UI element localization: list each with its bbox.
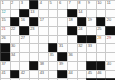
cell-r5c7[interactable] <box>57 35 67 44</box>
cell-r9c11[interactable]: 46 <box>96 70 106 79</box>
clue-number: 30 <box>11 44 15 48</box>
cell-r2c9[interactable]: 14 <box>77 9 87 18</box>
clue-number: 20 <box>107 18 111 22</box>
clue-number: 32 <box>78 44 82 48</box>
cell-r6c8[interactable] <box>67 43 77 52</box>
cell-r7c2[interactable]: 34 <box>10 52 20 61</box>
clue-number: 23 <box>30 27 34 31</box>
clue-number: 2 <box>11 1 13 5</box>
cell-r5c12[interactable]: 29 <box>105 35 115 44</box>
cell-r6c2[interactable]: 30 <box>10 43 20 52</box>
cell-r6c4[interactable] <box>29 43 39 52</box>
clue-number: 41 <box>2 71 6 75</box>
clue-number: 28 <box>97 36 101 40</box>
black-cell-r6c6 <box>48 43 58 52</box>
cell-r10c7[interactable] <box>57 78 67 80</box>
cell-r1c11[interactable]: 10 <box>96 0 106 9</box>
cell-r6c3[interactable] <box>19 43 29 52</box>
cell-r6c10[interactable]: 33 <box>86 43 96 52</box>
cell-r8c12[interactable]: 40 <box>105 61 115 70</box>
cell-r8c1[interactable]: 37 <box>0 61 10 70</box>
cell-r8c5[interactable]: 38 <box>38 61 48 70</box>
clue-number: 33 <box>88 44 92 48</box>
cell-r5c5[interactable] <box>38 35 48 44</box>
cell-r9c12[interactable] <box>105 70 115 79</box>
cell-r6c9[interactable]: 32 <box>77 43 87 52</box>
cell-r5c11[interactable]: 28 <box>96 35 106 44</box>
cell-r1c3[interactable]: 3 <box>19 0 29 9</box>
cell-r8c6[interactable] <box>48 61 58 70</box>
clue-number: 16 <box>21 18 25 22</box>
cell-r4c9[interactable]: 24 <box>77 26 87 35</box>
clue-number: 11 <box>107 1 111 5</box>
cell-r2c1[interactable]: 12 <box>0 9 10 18</box>
crossword-puzzle: 1234567891011121314151617181920212223242… <box>0 0 115 80</box>
cell-r4c7[interactable] <box>57 26 67 35</box>
clue-number: 13 <box>30 10 34 14</box>
cell-r7c6[interactable]: 35 <box>48 52 58 61</box>
clue-number: 15 <box>2 18 6 22</box>
cell-r8c8[interactable] <box>67 61 77 70</box>
black-cell-r10c11 <box>96 78 106 80</box>
clue-number: 7 <box>69 1 71 5</box>
cell-r1c2[interactable]: 2 <box>10 0 20 9</box>
cell-r2c10[interactable] <box>86 9 96 18</box>
cell-r6c7[interactable]: 31 <box>57 43 67 52</box>
cell-r9c3[interactable]: 42 <box>19 70 29 79</box>
black-cell-r3c11 <box>96 17 106 26</box>
cell-r2c6[interactable] <box>48 9 58 18</box>
black-cell-r7c1 <box>0 52 10 61</box>
black-cell-r2c3 <box>19 9 29 18</box>
clue-number: 27 <box>21 36 25 40</box>
clue-number: 29 <box>107 36 111 40</box>
black-cell-r10c12 <box>105 78 115 80</box>
cell-r3c7[interactable] <box>57 17 67 26</box>
cell-r10c6[interactable] <box>48 78 58 80</box>
black-cell-r3c2 <box>10 17 20 26</box>
clue-number: 6 <box>59 1 61 5</box>
cell-r3c1[interactable]: 15 <box>0 17 10 26</box>
cell-r2c4[interactable]: 13 <box>29 9 39 18</box>
cell-r5c1[interactable]: 26 <box>0 35 10 44</box>
cell-r1c9[interactable]: 8 <box>77 0 87 9</box>
cell-r9c5[interactable]: 43 <box>38 70 48 79</box>
cell-r7c9[interactable] <box>77 52 87 61</box>
cell-r3c10[interactable]: 19 <box>86 17 96 26</box>
cell-r4c4[interactable]: 23 <box>29 26 39 35</box>
clue-number: 37 <box>2 62 6 66</box>
cell-r2c7[interactable] <box>57 9 67 18</box>
clue-number: 34 <box>11 53 15 57</box>
clue-number: 14 <box>78 10 82 14</box>
clue-number: 31 <box>59 44 63 48</box>
cell-r7c12[interactable] <box>105 52 115 61</box>
clue-number: 39 <box>59 62 63 66</box>
cell-r8c2[interactable] <box>10 61 20 70</box>
cell-r1c10[interactable]: 9 <box>86 0 96 9</box>
cell-r6c5[interactable] <box>38 43 48 52</box>
cell-r9c10[interactable]: 45 <box>86 70 96 79</box>
black-cell-r8c10 <box>86 61 96 70</box>
cell-r9c8[interactable]: 44 <box>67 70 77 79</box>
cell-r3c6[interactable] <box>48 17 58 26</box>
cell-r5c2[interactable] <box>10 35 20 44</box>
clue-number: 46 <box>97 71 101 75</box>
cell-r7c8[interactable]: 36 <box>67 52 77 61</box>
cell-r7c11[interactable] <box>96 52 106 61</box>
cell-r9c9[interactable] <box>77 70 87 79</box>
cell-r10c2[interactable] <box>10 78 20 80</box>
cell-r5c4[interactable] <box>29 35 39 44</box>
clue-number: 40 <box>107 62 111 66</box>
clue-number: 21 <box>2 27 6 31</box>
clue-number: 35 <box>49 53 53 57</box>
crossword-grid: 1234567891011121314151617181920212223242… <box>0 0 115 80</box>
cell-r8c9[interactable] <box>77 61 87 70</box>
cell-r1c7[interactable]: 6 <box>57 0 67 9</box>
black-cell-r10c10 <box>86 78 96 80</box>
cell-r2c11[interactable] <box>96 9 106 18</box>
cell-r1c8[interactable]: 7 <box>67 0 77 9</box>
cell-r4c11[interactable]: 25 <box>96 26 106 35</box>
cell-r1c12[interactable]: 11 <box>105 0 115 9</box>
cell-r10c3[interactable] <box>19 78 29 80</box>
clue-number: 43 <box>40 71 44 75</box>
clue-number: 8 <box>78 1 80 5</box>
clue-number: 45 <box>88 71 92 75</box>
cell-r10c8[interactable] <box>67 78 77 80</box>
clue-number: 25 <box>97 27 101 31</box>
cell-r5c6[interactable] <box>48 35 58 44</box>
cell-r3c12[interactable]: 20 <box>105 17 115 26</box>
black-cell-r4c8 <box>67 26 77 35</box>
cell-r4c5[interactable] <box>38 26 48 35</box>
cell-r10c4[interactable] <box>29 78 39 80</box>
cell-r4c6[interactable] <box>48 26 58 35</box>
black-cell-r8c4 <box>29 61 39 70</box>
clue-number: 42 <box>21 71 25 75</box>
black-cell-r3c9 <box>77 17 87 26</box>
clue-number: 9 <box>88 1 90 5</box>
cell-r8c7[interactable]: 39 <box>57 61 67 70</box>
black-cell-r1c4 <box>29 0 39 9</box>
cell-r4c2[interactable]: 22 <box>10 26 20 35</box>
cell-r2c5[interactable] <box>38 9 48 18</box>
cell-r1c5[interactable]: 4 <box>38 0 48 9</box>
clue-number: 38 <box>40 62 44 66</box>
black-cell-r9c7 <box>57 70 67 79</box>
black-cell-r6c1 <box>0 43 10 52</box>
cell-r9c4[interactable] <box>29 70 39 79</box>
clue-number: 24 <box>78 27 82 31</box>
clue-number: 44 <box>69 71 73 75</box>
clue-number: 36 <box>69 53 73 57</box>
cell-r3c5[interactable]: 17 <box>38 17 48 26</box>
cell-r4c10[interactable] <box>86 26 96 35</box>
black-cell-r2c8 <box>67 9 77 18</box>
cell-r10c1[interactable] <box>0 78 10 80</box>
cell-r2c2[interactable] <box>10 9 20 18</box>
cell-r9c1[interactable]: 41 <box>0 70 10 79</box>
cell-r7c4[interactable] <box>29 52 39 61</box>
clue-number: 18 <box>69 18 73 22</box>
black-cell-r8c11 <box>96 61 106 70</box>
clue-number: 22 <box>11 27 15 31</box>
clue-number: 12 <box>2 10 6 14</box>
cell-r6c12[interactable] <box>105 43 115 52</box>
cell-r5c8[interactable] <box>67 35 77 44</box>
cell-r1c1[interactable]: 1 <box>0 0 10 9</box>
clue-number: 17 <box>40 18 44 22</box>
cell-r7c5[interactable] <box>38 52 48 61</box>
cell-r9c6[interactable] <box>48 70 58 79</box>
black-cell-r4c12 <box>105 26 115 35</box>
cell-r2c12[interactable] <box>105 9 115 18</box>
clue-number: 1 <box>2 1 4 5</box>
cell-r5c3[interactable]: 27 <box>19 35 29 44</box>
cell-r4c1[interactable]: 21 <box>0 26 10 35</box>
cell-r10c5[interactable] <box>38 78 48 80</box>
cell-r3c3[interactable]: 16 <box>19 17 29 26</box>
cell-r7c3[interactable] <box>19 52 29 61</box>
cell-r10c9[interactable] <box>77 78 87 80</box>
black-cell-r9c2 <box>10 70 20 79</box>
clue-number: 5 <box>49 1 51 5</box>
clue-number: 10 <box>97 1 101 5</box>
black-cell-r5c9 <box>77 35 87 44</box>
black-cell-r4c3 <box>19 26 29 35</box>
cell-r7c10[interactable] <box>86 52 96 61</box>
cell-r6c11[interactable] <box>96 43 106 52</box>
clue-number: 4 <box>40 1 42 5</box>
clue-number: 3 <box>21 1 23 5</box>
cell-r1c6[interactable]: 5 <box>48 0 58 9</box>
black-cell-r5c10 <box>86 35 96 44</box>
black-cell-r3c4 <box>29 17 39 26</box>
clue-number: 19 <box>88 18 92 22</box>
cell-r3c8[interactable]: 18 <box>67 17 77 26</box>
cell-r8c3[interactable] <box>19 61 29 70</box>
clue-number: 26 <box>2 36 6 40</box>
black-cell-r7c7 <box>57 52 67 61</box>
